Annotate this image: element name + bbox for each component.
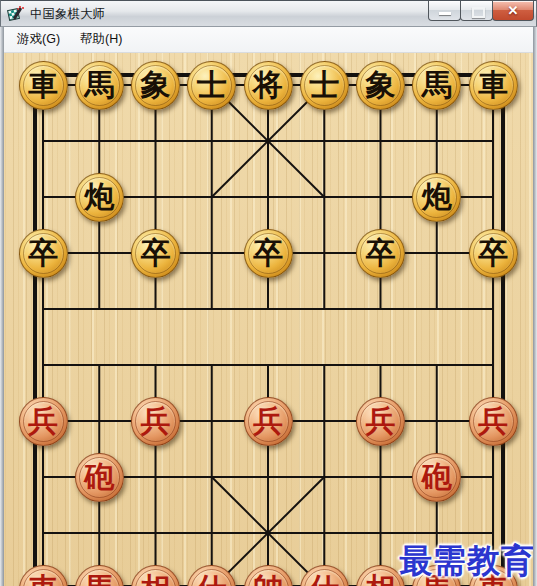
piece-black-elephant[interactable]: 象 bbox=[356, 61, 405, 110]
board-grid-lines bbox=[0, 53, 537, 586]
piece-black-soldier[interactable]: 卒 bbox=[19, 229, 68, 278]
piece-black-cannon[interactable]: 炮 bbox=[75, 173, 124, 222]
piece-black-elephant[interactable]: 象 bbox=[131, 61, 180, 110]
piece-black-general[interactable]: 将 bbox=[244, 61, 293, 110]
piece-red-soldier[interactable]: 兵 bbox=[356, 397, 405, 446]
menu-item-help[interactable]: 帮助(H) bbox=[72, 28, 130, 51]
piece-red-soldier[interactable]: 兵 bbox=[244, 397, 293, 446]
watermark: 最需教育 bbox=[399, 539, 535, 584]
close-button[interactable] bbox=[492, 1, 534, 21]
piece-black-soldier[interactable]: 卒 bbox=[356, 229, 405, 278]
piece-black-advisor[interactable]: 士 bbox=[300, 61, 349, 110]
piece-red-soldier[interactable]: 兵 bbox=[131, 397, 180, 446]
maximize-button[interactable] bbox=[460, 1, 493, 21]
piece-red-soldier[interactable]: 兵 bbox=[19, 397, 68, 446]
piece-red-cannon[interactable]: 砲 bbox=[75, 453, 124, 502]
window-frame-left bbox=[0, 27, 4, 586]
app-icon[interactable] bbox=[8, 6, 23, 21]
piece-black-soldier[interactable]: 卒 bbox=[244, 229, 293, 278]
app-icon-dots bbox=[19, 6, 21, 8]
piece-black-soldier[interactable]: 卒 bbox=[469, 229, 518, 278]
piece-black-advisor[interactable]: 士 bbox=[187, 61, 236, 110]
menu-item-game[interactable]: 游戏(G) bbox=[9, 28, 68, 51]
piece-black-chariot[interactable]: 車 bbox=[469, 61, 518, 110]
menu-bar: 游戏(G) 帮助(H) bbox=[1, 27, 536, 53]
piece-red-soldier[interactable]: 兵 bbox=[469, 397, 518, 446]
title-bar[interactable]: 中国象棋大师 bbox=[0, 0, 537, 27]
window-frame-right bbox=[533, 27, 537, 586]
piece-black-horse[interactable]: 馬 bbox=[75, 61, 124, 110]
app-window: 中国象棋大师 游戏(G) 帮助(H) bbox=[0, 0, 537, 586]
minimize-button[interactable] bbox=[428, 1, 461, 21]
piece-black-cannon[interactable]: 炮 bbox=[412, 173, 461, 222]
piece-black-soldier[interactable]: 卒 bbox=[131, 229, 180, 278]
piece-black-horse[interactable]: 馬 bbox=[412, 61, 461, 110]
piece-red-cannon[interactable]: 砲 bbox=[412, 453, 461, 502]
xiangqi-board[interactable]: 最需教育 車馬象士将士象馬車炮炮卒卒卒卒卒兵兵兵兵兵砲砲車馬相仕帥仕相馬車 bbox=[0, 53, 537, 586]
window-title: 中国象棋大师 bbox=[30, 1, 105, 28]
piece-black-chariot[interactable]: 車 bbox=[19, 61, 68, 110]
